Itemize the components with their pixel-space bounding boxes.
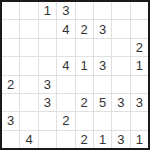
cell-r6c8: 3	[131, 94, 148, 111]
cell-r1c3: 1	[39, 2, 56, 19]
cell-r3c5[interactable]	[76, 39, 93, 56]
cell-r4c3[interactable]	[39, 57, 56, 74]
cell-r6c4[interactable]	[57, 94, 74, 111]
cell-r4c2[interactable]	[20, 57, 37, 74]
cell-r8c7: 3	[112, 131, 129, 148]
cell-r5c4[interactable]	[57, 76, 74, 93]
cell-r2c1[interactable]	[2, 20, 19, 37]
cell-r5c6[interactable]	[94, 76, 111, 93]
cell-r4c1[interactable]	[2, 57, 19, 74]
cell-r1c4: 3	[57, 2, 74, 19]
cell-r7c5[interactable]	[76, 112, 93, 129]
cell-r4c7[interactable]	[112, 57, 129, 74]
cell-r3c8: 2	[131, 39, 148, 56]
cell-r2c6: 3	[94, 20, 111, 37]
cell-r4c8: 1	[131, 57, 148, 74]
cell-r5c7[interactable]	[112, 76, 129, 93]
cell-r1c2[interactable]	[20, 2, 37, 19]
cell-r5c2[interactable]	[20, 76, 37, 93]
cell-r6c5: 2	[76, 94, 93, 111]
cell-r6c7: 3	[112, 94, 129, 111]
cell-r5c5[interactable]	[76, 76, 93, 93]
cell-r7c7[interactable]	[112, 112, 129, 129]
cell-r7c2[interactable]	[20, 112, 37, 129]
cell-r2c3[interactable]	[39, 20, 56, 37]
cell-r4c4: 4	[57, 57, 74, 74]
cell-r8c3[interactable]	[39, 131, 56, 148]
cell-r5c8[interactable]	[131, 76, 148, 93]
cell-r2c7[interactable]	[112, 20, 129, 37]
cell-r7c6[interactable]	[94, 112, 111, 129]
cell-r8c4[interactable]	[57, 131, 74, 148]
cell-r1c1[interactable]	[2, 2, 19, 19]
cell-r2c8[interactable]	[131, 20, 148, 37]
cell-r3c4[interactable]	[57, 39, 74, 56]
cell-r2c2[interactable]	[20, 20, 37, 37]
minesweeper-board: 134232413123325333242131	[0, 0, 150, 150]
cell-r3c7[interactable]	[112, 39, 129, 56]
cell-r8c2: 4	[20, 131, 37, 148]
cell-r6c2[interactable]	[20, 94, 37, 111]
cell-r8c8: 1	[131, 131, 148, 148]
cell-r4c6: 3	[94, 57, 111, 74]
cell-r6c3: 3	[39, 94, 56, 111]
cell-r5c3: 3	[39, 76, 56, 93]
cell-r6c6: 5	[94, 94, 111, 111]
cell-r1c7[interactable]	[112, 2, 129, 19]
cell-r2c5: 2	[76, 20, 93, 37]
cell-r3c2[interactable]	[20, 39, 37, 56]
cell-r8c1[interactable]	[2, 131, 19, 148]
cell-r8c5: 2	[76, 131, 93, 148]
cell-r7c4: 2	[57, 112, 74, 129]
cell-r7c8[interactable]	[131, 112, 148, 129]
cell-r7c1: 3	[2, 112, 19, 129]
cell-r1c5[interactable]	[76, 2, 93, 19]
cell-r1c6[interactable]	[94, 2, 111, 19]
cell-r3c1[interactable]	[2, 39, 19, 56]
cell-r3c3[interactable]	[39, 39, 56, 56]
cell-r3c6[interactable]	[94, 39, 111, 56]
cell-r8c6: 1	[94, 131, 111, 148]
cell-r7c3[interactable]	[39, 112, 56, 129]
cell-r4c5: 1	[76, 57, 93, 74]
cell-r2c4: 4	[57, 20, 74, 37]
cell-r1c8[interactable]	[131, 2, 148, 19]
cell-r5c1: 2	[2, 76, 19, 93]
cell-r6c1[interactable]	[2, 94, 19, 111]
